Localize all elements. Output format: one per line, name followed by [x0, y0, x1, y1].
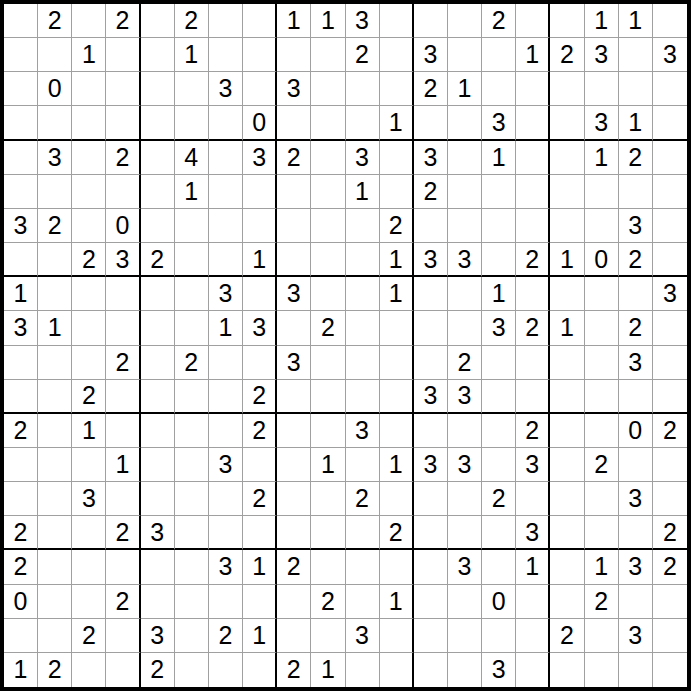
- cell-r19c1[interactable]: [4, 619, 38, 653]
- cell-r8c8[interactable]: 1: [243, 243, 277, 277]
- cell-r16c2[interactable]: [38, 516, 72, 550]
- cell-r5c5[interactable]: [141, 141, 175, 175]
- cell-r14c1[interactable]: [4, 448, 38, 482]
- cell-r7c10[interactable]: [311, 209, 345, 243]
- cell-r8c13[interactable]: 3: [414, 243, 448, 277]
- cell-r20c17[interactable]: [550, 653, 584, 687]
- cell-r4c5[interactable]: [141, 106, 175, 140]
- cell-r6c10[interactable]: [311, 175, 345, 209]
- cell-r11c2[interactable]: [38, 346, 72, 380]
- cell-r12c10[interactable]: [311, 380, 345, 414]
- cell-r7c20[interactable]: [653, 209, 687, 243]
- cell-r15c5[interactable]: [141, 482, 175, 516]
- cell-r5c20[interactable]: [653, 141, 687, 175]
- cell-r18c12[interactable]: 1: [380, 585, 414, 619]
- cell-r11c16[interactable]: [516, 346, 550, 380]
- cell-r9c9[interactable]: 3: [277, 277, 311, 311]
- cell-r18c19[interactable]: [619, 585, 653, 619]
- cell-r1c2[interactable]: 2: [38, 4, 72, 38]
- cell-r9c12[interactable]: 1: [380, 277, 414, 311]
- cell-r13c2[interactable]: [38, 414, 72, 448]
- cell-r2c8[interactable]: [243, 38, 277, 72]
- cell-r2c5[interactable]: [141, 38, 175, 72]
- cell-r16c18[interactable]: [585, 516, 619, 550]
- cell-r17c20[interactable]: 2: [653, 550, 687, 584]
- cell-r2c19[interactable]: [619, 38, 653, 72]
- cell-r8c9[interactable]: [277, 243, 311, 277]
- cell-r10c5[interactable]: [141, 311, 175, 345]
- cell-r17c1[interactable]: 2: [4, 550, 38, 584]
- cell-r5c16[interactable]: [516, 141, 550, 175]
- cell-r15c11[interactable]: 2: [346, 482, 380, 516]
- cell-r8c12[interactable]: 1: [380, 243, 414, 277]
- cell-r6c2[interactable]: [38, 175, 72, 209]
- cell-r16c8[interactable]: [243, 516, 277, 550]
- cell-r19c6[interactable]: [175, 619, 209, 653]
- cell-r12c7[interactable]: [209, 380, 243, 414]
- cell-r18c11[interactable]: [346, 585, 380, 619]
- cell-r2c14[interactable]: [448, 38, 482, 72]
- cell-r13c6[interactable]: [175, 414, 209, 448]
- cell-r10c2[interactable]: 1: [38, 311, 72, 345]
- cell-r10c13[interactable]: [414, 311, 448, 345]
- cell-r7c7[interactable]: [209, 209, 243, 243]
- cell-r11c14[interactable]: 2: [448, 346, 482, 380]
- cell-r14c12[interactable]: 1: [380, 448, 414, 482]
- cell-r6c4[interactable]: [106, 175, 140, 209]
- cell-r19c5[interactable]: 3: [141, 619, 175, 653]
- cell-r13c3[interactable]: 1: [72, 414, 106, 448]
- cell-r7c15[interactable]: [482, 209, 516, 243]
- cell-r2c6[interactable]: 1: [175, 38, 209, 72]
- cell-r1c20[interactable]: [653, 4, 687, 38]
- cell-r12c2[interactable]: [38, 380, 72, 414]
- cell-r15c1[interactable]: [4, 482, 38, 516]
- cell-r9c19[interactable]: [619, 277, 653, 311]
- cell-r19c13[interactable]: [414, 619, 448, 653]
- cell-r12c15[interactable]: [482, 380, 516, 414]
- cell-r11c15[interactable]: [482, 346, 516, 380]
- cell-r6c3[interactable]: [72, 175, 106, 209]
- cell-r4c6[interactable]: [175, 106, 209, 140]
- cell-r2c16[interactable]: 1: [516, 38, 550, 72]
- cell-r14c14[interactable]: 3: [448, 448, 482, 482]
- cell-r15c10[interactable]: [311, 482, 345, 516]
- cell-r16c19[interactable]: [619, 516, 653, 550]
- cell-r5c14[interactable]: [448, 141, 482, 175]
- cell-r3c7[interactable]: 3: [209, 72, 243, 106]
- cell-r19c4[interactable]: [106, 619, 140, 653]
- cell-r10c12[interactable]: [380, 311, 414, 345]
- cell-r7c4[interactable]: 0: [106, 209, 140, 243]
- cell-r19c9[interactable]: [277, 619, 311, 653]
- cell-r5c19[interactable]: 2: [619, 141, 653, 175]
- cell-r10c1[interactable]: 3: [4, 311, 38, 345]
- cell-r11c11[interactable]: [346, 346, 380, 380]
- cell-r2c3[interactable]: 1: [72, 38, 106, 72]
- cell-r15c6[interactable]: [175, 482, 209, 516]
- cell-r9c10[interactable]: [311, 277, 345, 311]
- cell-r9c3[interactable]: [72, 277, 106, 311]
- cell-r8c11[interactable]: [346, 243, 380, 277]
- cell-r5c6[interactable]: 4: [175, 141, 209, 175]
- cell-r10c3[interactable]: [72, 311, 106, 345]
- cell-r4c9[interactable]: [277, 106, 311, 140]
- cell-r18c8[interactable]: [243, 585, 277, 619]
- cell-r6c19[interactable]: [619, 175, 653, 209]
- cell-r1c1[interactable]: [4, 4, 38, 38]
- cell-r10c17[interactable]: 1: [550, 311, 584, 345]
- cell-r3c8[interactable]: [243, 72, 277, 106]
- cell-r15c17[interactable]: [550, 482, 584, 516]
- cell-r3c5[interactable]: [141, 72, 175, 106]
- cell-r11c8[interactable]: [243, 346, 277, 380]
- cell-r19c3[interactable]: 2: [72, 619, 106, 653]
- cell-r6c15[interactable]: [482, 175, 516, 209]
- cell-r2c11[interactable]: 2: [346, 38, 380, 72]
- cell-r18c13[interactable]: [414, 585, 448, 619]
- cell-r11c6[interactable]: 2: [175, 346, 209, 380]
- cell-r11c3[interactable]: [72, 346, 106, 380]
- cell-r3c17[interactable]: [550, 72, 584, 106]
- cell-r8c15[interactable]: [482, 243, 516, 277]
- cell-r4c13[interactable]: [414, 106, 448, 140]
- cell-r3c16[interactable]: [516, 72, 550, 106]
- cell-r9c6[interactable]: [175, 277, 209, 311]
- cell-r14c2[interactable]: [38, 448, 72, 482]
- cell-r12c8[interactable]: 2: [243, 380, 277, 414]
- cell-r6c20[interactable]: [653, 175, 687, 209]
- cell-r11c17[interactable]: [550, 346, 584, 380]
- cell-r1c15[interactable]: 2: [482, 4, 516, 38]
- cell-r1c3[interactable]: [72, 4, 106, 38]
- cell-r19c19[interactable]: 3: [619, 619, 653, 653]
- cell-r17c13[interactable]: [414, 550, 448, 584]
- cell-r7c3[interactable]: [72, 209, 106, 243]
- cell-r20c20[interactable]: [653, 653, 687, 687]
- cell-r12c12[interactable]: [380, 380, 414, 414]
- cell-r10c6[interactable]: [175, 311, 209, 345]
- cell-r10c10[interactable]: 2: [311, 311, 345, 345]
- cell-r7c16[interactable]: [516, 209, 550, 243]
- cell-r13c20[interactable]: 2: [653, 414, 687, 448]
- cell-r18c4[interactable]: 2: [106, 585, 140, 619]
- cell-r15c15[interactable]: 2: [482, 482, 516, 516]
- cell-r9c17[interactable]: [550, 277, 584, 311]
- cell-r7c1[interactable]: 3: [4, 209, 38, 243]
- cell-r8c14[interactable]: 3: [448, 243, 482, 277]
- cell-r3c13[interactable]: 2: [414, 72, 448, 106]
- cell-r4c4[interactable]: [106, 106, 140, 140]
- cell-r9c4[interactable]: [106, 277, 140, 311]
- cell-r1c14[interactable]: [448, 4, 482, 38]
- cell-r14c19[interactable]: [619, 448, 653, 482]
- cell-r16c16[interactable]: 3: [516, 516, 550, 550]
- cell-r5c3[interactable]: [72, 141, 106, 175]
- cell-r20c7[interactable]: [209, 653, 243, 687]
- cell-r9c13[interactable]: [414, 277, 448, 311]
- cell-r2c13[interactable]: 3: [414, 38, 448, 72]
- cell-r20c6[interactable]: [175, 653, 209, 687]
- cell-r6c14[interactable]: [448, 175, 482, 209]
- cell-r2c4[interactable]: [106, 38, 140, 72]
- cell-r8c6[interactable]: [175, 243, 209, 277]
- cell-r16c17[interactable]: [550, 516, 584, 550]
- cell-r3c15[interactable]: [482, 72, 516, 106]
- cell-r15c9[interactable]: [277, 482, 311, 516]
- cell-r11c1[interactable]: [4, 346, 38, 380]
- cell-r19c11[interactable]: 3: [346, 619, 380, 653]
- cell-r4c17[interactable]: [550, 106, 584, 140]
- cell-r3c19[interactable]: [619, 72, 653, 106]
- cell-r20c8[interactable]: [243, 653, 277, 687]
- cell-r15c16[interactable]: [516, 482, 550, 516]
- cell-r4c14[interactable]: [448, 106, 482, 140]
- cell-r2c2[interactable]: [38, 38, 72, 72]
- cell-r3c11[interactable]: [346, 72, 380, 106]
- cell-r19c16[interactable]: [516, 619, 550, 653]
- cell-r3c3[interactable]: [72, 72, 106, 106]
- cell-r15c2[interactable]: [38, 482, 72, 516]
- cell-r15c19[interactable]: 3: [619, 482, 653, 516]
- cell-r20c13[interactable]: [414, 653, 448, 687]
- cell-r8c7[interactable]: [209, 243, 243, 277]
- cell-r4c19[interactable]: 1: [619, 106, 653, 140]
- cell-r13c17[interactable]: [550, 414, 584, 448]
- cell-r16c13[interactable]: [414, 516, 448, 550]
- cell-r18c1[interactable]: 0: [4, 585, 38, 619]
- cell-r10c14[interactable]: [448, 311, 482, 345]
- cell-r15c3[interactable]: 3: [72, 482, 106, 516]
- cell-r13c15[interactable]: [482, 414, 516, 448]
- cell-r20c3[interactable]: [72, 653, 106, 687]
- cell-r20c4[interactable]: [106, 653, 140, 687]
- cell-r11c7[interactable]: [209, 346, 243, 380]
- cell-r9c8[interactable]: [243, 277, 277, 311]
- cell-r1c4[interactable]: 2: [106, 4, 140, 38]
- cell-r1c16[interactable]: [516, 4, 550, 38]
- cell-r7c17[interactable]: [550, 209, 584, 243]
- cell-r6c12[interactable]: [380, 175, 414, 209]
- cell-r12c5[interactable]: [141, 380, 175, 414]
- cell-r12c16[interactable]: [516, 380, 550, 414]
- cell-r17c19[interactable]: 3: [619, 550, 653, 584]
- cell-r19c15[interactable]: [482, 619, 516, 653]
- cell-r18c2[interactable]: [38, 585, 72, 619]
- cell-r5c10[interactable]: [311, 141, 345, 175]
- cell-r14c4[interactable]: 1: [106, 448, 140, 482]
- cell-r16c7[interactable]: [209, 516, 243, 550]
- cell-r7c9[interactable]: [277, 209, 311, 243]
- cell-r18c20[interactable]: [653, 585, 687, 619]
- cell-r14c16[interactable]: 3: [516, 448, 550, 482]
- cell-r13c10[interactable]: [311, 414, 345, 448]
- cell-r1c8[interactable]: [243, 4, 277, 38]
- cell-r8c19[interactable]: 2: [619, 243, 653, 277]
- cell-r6c16[interactable]: [516, 175, 550, 209]
- cell-r1c11[interactable]: 3: [346, 4, 380, 38]
- cell-r3c6[interactable]: [175, 72, 209, 106]
- cell-r17c6[interactable]: [175, 550, 209, 584]
- cell-r3c20[interactable]: [653, 72, 687, 106]
- cell-r5c9[interactable]: 2: [277, 141, 311, 175]
- cell-r17c10[interactable]: [311, 550, 345, 584]
- cell-r1c9[interactable]: 1: [277, 4, 311, 38]
- cell-r16c14[interactable]: [448, 516, 482, 550]
- cell-r19c17[interactable]: 2: [550, 619, 584, 653]
- cell-r8c4[interactable]: 3: [106, 243, 140, 277]
- cell-r6c17[interactable]: [550, 175, 584, 209]
- cell-r5c13[interactable]: 3: [414, 141, 448, 175]
- cell-r17c9[interactable]: 2: [277, 550, 311, 584]
- cell-r10c18[interactable]: [585, 311, 619, 345]
- cell-r13c19[interactable]: 0: [619, 414, 653, 448]
- cell-r2c17[interactable]: 2: [550, 38, 584, 72]
- cell-r8c10[interactable]: [311, 243, 345, 277]
- cell-r6c5[interactable]: [141, 175, 175, 209]
- cell-r6c8[interactable]: [243, 175, 277, 209]
- cell-r14c8[interactable]: [243, 448, 277, 482]
- cell-r11c5[interactable]: [141, 346, 175, 380]
- cell-r17c15[interactable]: [482, 550, 516, 584]
- cell-r18c6[interactable]: [175, 585, 209, 619]
- cell-r15c7[interactable]: [209, 482, 243, 516]
- cell-r20c1[interactable]: 1: [4, 653, 38, 687]
- cell-r14c17[interactable]: [550, 448, 584, 482]
- cell-r13c7[interactable]: [209, 414, 243, 448]
- cell-r7c5[interactable]: [141, 209, 175, 243]
- cell-r6c7[interactable]: [209, 175, 243, 209]
- cell-r20c16[interactable]: [516, 653, 550, 687]
- cell-r2c1[interactable]: [4, 38, 38, 72]
- cell-r4c2[interactable]: [38, 106, 72, 140]
- cell-r19c14[interactable]: [448, 619, 482, 653]
- cell-r15c18[interactable]: [585, 482, 619, 516]
- cell-r7c2[interactable]: 2: [38, 209, 72, 243]
- cell-r10c8[interactable]: 3: [243, 311, 277, 345]
- cell-r1c12[interactable]: [380, 4, 414, 38]
- cell-r17c5[interactable]: [141, 550, 175, 584]
- cell-r9c20[interactable]: 3: [653, 277, 687, 311]
- cell-r5c4[interactable]: 2: [106, 141, 140, 175]
- cell-r7c12[interactable]: 2: [380, 209, 414, 243]
- cell-r5c18[interactable]: 1: [585, 141, 619, 175]
- cell-r7c18[interactable]: [585, 209, 619, 243]
- cell-r12c9[interactable]: [277, 380, 311, 414]
- cell-r10c7[interactable]: 1: [209, 311, 243, 345]
- cell-r4c15[interactable]: 3: [482, 106, 516, 140]
- cell-r9c7[interactable]: 3: [209, 277, 243, 311]
- cell-r7c8[interactable]: [243, 209, 277, 243]
- cell-r17c17[interactable]: [550, 550, 584, 584]
- cell-r15c14[interactable]: [448, 482, 482, 516]
- cell-r19c20[interactable]: [653, 619, 687, 653]
- cell-r8c18[interactable]: 0: [585, 243, 619, 277]
- cell-r1c18[interactable]: 1: [585, 4, 619, 38]
- cell-r4c3[interactable]: [72, 106, 106, 140]
- cell-r5c1[interactable]: [4, 141, 38, 175]
- cell-r6c9[interactable]: [277, 175, 311, 209]
- cell-r13c12[interactable]: [380, 414, 414, 448]
- cell-r6c11[interactable]: 1: [346, 175, 380, 209]
- cell-r16c12[interactable]: 2: [380, 516, 414, 550]
- cell-r10c9[interactable]: [277, 311, 311, 345]
- cell-r7c13[interactable]: [414, 209, 448, 243]
- cell-r20c2[interactable]: 2: [38, 653, 72, 687]
- cell-r6c1[interactable]: [4, 175, 38, 209]
- cell-r14c3[interactable]: [72, 448, 106, 482]
- cell-r15c4[interactable]: [106, 482, 140, 516]
- cell-r2c15[interactable]: [482, 38, 516, 72]
- cell-r18c16[interactable]: [516, 585, 550, 619]
- cell-r12c20[interactable]: [653, 380, 687, 414]
- cell-r14c15[interactable]: [482, 448, 516, 482]
- cell-r16c10[interactable]: [311, 516, 345, 550]
- cell-r17c2[interactable]: [38, 550, 72, 584]
- cell-r18c18[interactable]: 2: [585, 585, 619, 619]
- cell-r20c18[interactable]: [585, 653, 619, 687]
- cell-r6c13[interactable]: 2: [414, 175, 448, 209]
- cell-r13c1[interactable]: 2: [4, 414, 38, 448]
- cell-r18c14[interactable]: [448, 585, 482, 619]
- cell-r20c5[interactable]: 2: [141, 653, 175, 687]
- cell-r19c8[interactable]: 1: [243, 619, 277, 653]
- cell-r4c8[interactable]: 0: [243, 106, 277, 140]
- cell-r5c2[interactable]: 3: [38, 141, 72, 175]
- cell-r17c14[interactable]: 3: [448, 550, 482, 584]
- cell-r1c10[interactable]: 1: [311, 4, 345, 38]
- cell-r10c15[interactable]: 3: [482, 311, 516, 345]
- cell-r15c8[interactable]: 2: [243, 482, 277, 516]
- cell-r16c9[interactable]: [277, 516, 311, 550]
- cell-r9c14[interactable]: [448, 277, 482, 311]
- cell-r13c14[interactable]: [448, 414, 482, 448]
- cell-r5c12[interactable]: [380, 141, 414, 175]
- cell-r2c9[interactable]: [277, 38, 311, 72]
- cell-r14c10[interactable]: 1: [311, 448, 345, 482]
- cell-r10c11[interactable]: [346, 311, 380, 345]
- cell-r18c5[interactable]: [141, 585, 175, 619]
- cell-r11c12[interactable]: [380, 346, 414, 380]
- cell-r16c1[interactable]: 2: [4, 516, 38, 550]
- cell-r7c11[interactable]: [346, 209, 380, 243]
- cell-r19c18[interactable]: [585, 619, 619, 653]
- cell-r10c19[interactable]: 2: [619, 311, 653, 345]
- cell-r2c12[interactable]: [380, 38, 414, 72]
- cell-r12c1[interactable]: [4, 380, 38, 414]
- cell-r11c20[interactable]: [653, 346, 687, 380]
- cell-r3c18[interactable]: [585, 72, 619, 106]
- cell-r18c7[interactable]: [209, 585, 243, 619]
- cell-r16c4[interactable]: 2: [106, 516, 140, 550]
- cell-r5c7[interactable]: [209, 141, 243, 175]
- cell-r17c8[interactable]: 1: [243, 550, 277, 584]
- cell-r3c9[interactable]: 3: [277, 72, 311, 106]
- cell-r12c11[interactable]: [346, 380, 380, 414]
- cell-r18c3[interactable]: [72, 585, 106, 619]
- cell-r8c3[interactable]: 2: [72, 243, 106, 277]
- cell-r14c20[interactable]: [653, 448, 687, 482]
- cell-r13c18[interactable]: [585, 414, 619, 448]
- cell-r4c10[interactable]: [311, 106, 345, 140]
- cell-r10c4[interactable]: [106, 311, 140, 345]
- cell-r12c4[interactable]: [106, 380, 140, 414]
- cell-r11c10[interactable]: [311, 346, 345, 380]
- cell-r4c7[interactable]: [209, 106, 243, 140]
- cell-r19c10[interactable]: [311, 619, 345, 653]
- cell-r7c6[interactable]: [175, 209, 209, 243]
- cell-r16c11[interactable]: [346, 516, 380, 550]
